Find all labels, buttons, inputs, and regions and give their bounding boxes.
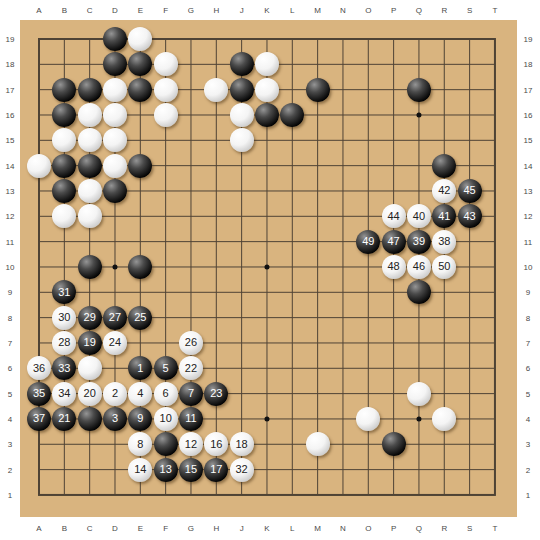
stone-A14[interactable] [27,154,51,178]
col-label-top-T: T [492,6,497,15]
row-label-left-10: 10 [6,262,15,271]
col-label-bottom-G: G [188,524,194,533]
row-label-right-3: 3 [526,440,530,449]
move-number: 24 [109,337,121,348]
stone-D19[interactable] [103,27,127,51]
col-label-bottom-Q: Q [416,524,422,533]
row-label-left-13: 13 [6,186,15,195]
move-number: 30 [58,312,70,323]
stone-F17[interactable] [154,78,178,102]
col-label-bottom-P: P [391,524,396,533]
move-number: 33 [58,363,70,374]
stone-B5[interactable]: 34 [52,382,76,406]
move-number: 46 [413,261,425,272]
move-number: 22 [185,363,197,374]
row-label-left-6: 6 [8,364,12,373]
row-label-left-16: 16 [6,110,15,119]
col-label-top-K: K [264,6,269,15]
stone-Q10[interactable]: 46 [407,255,431,279]
stone-F4[interactable]: 10 [154,407,178,431]
stone-Q5[interactable] [407,382,431,406]
stone-D7[interactable]: 24 [103,331,127,355]
stone-F6[interactable]: 5 [154,356,178,380]
move-number: 44 [387,211,399,222]
row-label-left-5: 5 [8,389,12,398]
row-label-right-1: 1 [526,490,530,499]
move-number: 42 [438,185,450,196]
stone-E17[interactable] [128,78,152,102]
stone-D8[interactable]: 27 [103,306,127,330]
move-number: 13 [160,464,172,475]
row-label-left-2: 2 [8,465,12,474]
stone-C14[interactable] [78,154,102,178]
move-number: 49 [362,236,374,247]
stone-M17[interactable] [306,78,330,102]
row-label-left-14: 14 [6,161,15,170]
move-number: 1 [137,363,143,374]
stone-R11[interactable]: 38 [432,230,456,254]
move-number: 32 [236,464,248,475]
move-number: 2 [112,388,118,399]
col-label-bottom-J: J [240,524,244,533]
col-label-top-F: F [163,6,168,15]
stone-D17[interactable] [103,78,127,102]
row-label-left-1: 1 [8,490,12,499]
stone-F5[interactable]: 6 [154,382,178,406]
stone-J2[interactable]: 32 [230,458,254,482]
stone-Q11[interactable]: 39 [407,230,431,254]
stone-P11[interactable]: 47 [382,230,406,254]
stone-K17[interactable] [255,78,279,102]
col-label-bottom-K: K [264,524,269,533]
stone-A5[interactable]: 35 [27,382,51,406]
move-number: 50 [438,261,450,272]
row-label-right-8: 8 [526,313,530,322]
stone-D14[interactable] [103,154,127,178]
move-number: 29 [84,312,96,323]
stone-E5[interactable]: 4 [128,382,152,406]
stone-C13[interactable] [78,179,102,203]
row-label-right-18: 18 [524,60,533,69]
col-label-top-J: J [240,6,244,15]
move-number: 38 [438,236,450,247]
move-number: 48 [387,261,399,272]
move-number: 19 [84,337,96,348]
stone-P3[interactable] [382,432,406,456]
stone-D13[interactable] [103,179,127,203]
move-number: 37 [33,413,45,424]
row-label-right-12: 12 [524,212,533,221]
col-label-bottom-R: R [441,524,447,533]
stone-C7[interactable]: 19 [78,331,102,355]
stone-C4[interactable] [78,407,102,431]
col-label-bottom-A: A [36,524,41,533]
row-label-left-11: 11 [6,237,14,246]
stone-G5[interactable]: 7 [179,382,203,406]
stone-C17[interactable] [78,78,102,102]
stone-G7[interactable]: 26 [179,331,203,355]
move-number: 15 [185,464,197,475]
row-label-right-11: 11 [524,237,532,246]
go-diagram: ABCDEFGHJKLMNOPQRST ABCDEFGHJKLMNOPQRST … [0,0,540,540]
col-label-bottom-N: N [340,524,346,533]
stone-E8[interactable]: 25 [128,306,152,330]
stone-J15[interactable] [230,128,254,152]
move-number: 11 [185,413,196,424]
stone-C15[interactable] [78,128,102,152]
stone-P10[interactable]: 48 [382,255,406,279]
stone-J18[interactable] [230,52,254,76]
stone-H5[interactable]: 23 [204,382,228,406]
move-number: 7 [188,388,194,399]
move-number: 35 [33,388,45,399]
stone-E2[interactable]: 14 [128,458,152,482]
move-number: 40 [413,211,425,222]
stone-K16[interactable] [255,103,279,127]
row-label-left-3: 3 [8,440,12,449]
stone-J16[interactable] [230,103,254,127]
move-number: 45 [463,185,475,196]
move-number: 18 [236,439,248,450]
stone-D5[interactable]: 2 [103,382,127,406]
move-number: 5 [163,363,169,374]
stone-B17[interactable] [52,78,76,102]
move-number: 41 [438,211,450,222]
move-number: 47 [387,236,399,247]
row-label-right-2: 2 [526,465,530,474]
row-label-right-19: 19 [524,35,533,44]
stone-S12[interactable]: 43 [458,204,482,228]
row-label-right-14: 14 [524,161,533,170]
col-label-bottom-T: T [492,524,497,533]
col-label-top-G: G [188,6,194,15]
move-number: 16 [210,439,222,450]
stone-J3[interactable]: 18 [230,432,254,456]
move-number: 27 [109,312,121,323]
stone-G2[interactable]: 15 [179,458,203,482]
move-number: 14 [134,464,146,475]
row-label-right-4: 4 [526,414,530,423]
col-label-bottom-S: S [467,524,472,533]
move-number: 6 [163,388,169,399]
move-number: 31 [58,287,70,298]
row-label-left-9: 9 [8,288,12,297]
stone-B14[interactable] [52,154,76,178]
col-label-top-D: D [112,6,118,15]
stone-H2[interactable]: 17 [204,458,228,482]
row-label-right-17: 17 [524,85,533,94]
stone-H17[interactable] [204,78,228,102]
stone-C6[interactable] [78,356,102,380]
col-label-bottom-B: B [62,524,67,533]
move-number: 10 [160,413,172,424]
move-number: 3 [112,413,118,424]
col-label-bottom-L: L [290,524,294,533]
move-number: 26 [185,337,197,348]
stone-A4[interactable]: 37 [27,407,51,431]
stone-C5[interactable]: 20 [78,382,102,406]
col-label-top-M: M [314,6,321,15]
col-label-bottom-M: M [314,524,321,533]
row-label-right-16: 16 [524,110,533,119]
move-number: 34 [58,388,70,399]
move-number: 8 [137,439,143,450]
stone-O11[interactable]: 49 [356,230,380,254]
col-label-top-A: A [36,6,41,15]
move-number: 4 [137,388,143,399]
move-number: 20 [84,388,96,399]
stone-G4[interactable]: 11 [179,407,203,431]
stone-J17[interactable] [230,78,254,102]
stone-D4[interactable]: 3 [103,407,127,431]
stone-D16[interactable] [103,103,127,127]
col-label-top-P: P [391,6,396,15]
move-number: 28 [58,337,70,348]
move-number: 43 [463,211,475,222]
col-label-top-L: L [290,6,294,15]
move-number: 23 [210,388,222,399]
col-label-bottom-O: O [365,524,371,533]
col-label-bottom-H: H [213,524,219,533]
stone-R14[interactable] [432,154,456,178]
stone-M3[interactable] [306,432,330,456]
stone-P12[interactable]: 44 [382,204,406,228]
col-label-top-O: O [365,6,371,15]
move-number: 12 [185,439,197,450]
row-label-left-4: 4 [8,414,12,423]
row-label-right-13: 13 [524,186,533,195]
move-number: 39 [413,236,425,247]
col-label-bottom-D: D [112,524,118,533]
move-number: 25 [134,312,146,323]
row-label-right-7: 7 [526,338,530,347]
stone-C8[interactable]: 29 [78,306,102,330]
row-label-left-7: 7 [8,338,12,347]
stone-F2[interactable]: 13 [154,458,178,482]
col-label-bottom-F: F [163,524,168,533]
row-label-right-15: 15 [524,136,533,145]
row-label-left-19: 19 [6,35,15,44]
row-label-left-18: 18 [6,60,15,69]
move-number: 36 [33,363,45,374]
stone-Q17[interactable] [407,78,431,102]
row-label-left-12: 12 [6,212,15,221]
col-label-top-R: R [441,6,447,15]
row-label-right-5: 5 [526,389,530,398]
move-number: 17 [210,464,222,475]
row-label-left-8: 8 [8,313,12,322]
col-label-top-C: C [87,6,93,15]
row-label-right-9: 9 [526,288,530,297]
stone-F16[interactable] [154,103,178,127]
stone-C16[interactable] [78,103,102,127]
stone-E14[interactable] [128,154,152,178]
move-number: 9 [137,413,143,424]
col-label-top-Q: Q [416,6,422,15]
col-label-bottom-C: C [87,524,93,533]
stone-C10[interactable] [78,255,102,279]
stone-S13[interactable]: 45 [458,179,482,203]
stone-B8[interactable]: 30 [52,306,76,330]
col-label-top-E: E [138,6,143,15]
move-number: 21 [58,413,70,424]
row-label-right-6: 6 [526,364,530,373]
col-label-top-S: S [467,6,472,15]
col-label-top-H: H [213,6,219,15]
col-label-top-B: B [62,6,67,15]
stone-F18[interactable] [154,52,178,76]
stone-F3[interactable] [154,432,178,456]
stone-C12[interactable] [78,204,102,228]
col-label-top-N: N [340,6,346,15]
row-label-right-10: 10 [524,262,533,271]
row-label-left-17: 17 [6,85,15,94]
row-label-left-15: 15 [6,136,15,145]
col-label-bottom-E: E [138,524,143,533]
